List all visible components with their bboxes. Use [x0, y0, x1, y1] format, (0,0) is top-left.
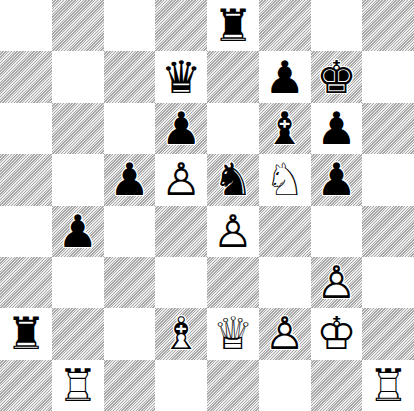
square-g6[interactable]: ♟ — [311, 103, 363, 154]
square-g4[interactable] — [311, 206, 363, 257]
square-b3[interactable] — [52, 257, 104, 308]
black-rook-icon: ♜ — [0, 308, 52, 359]
square-h1[interactable]: ♜♖ — [362, 360, 414, 411]
square-h6[interactable] — [362, 103, 414, 154]
black-rook-icon: ♜ — [207, 0, 259, 51]
square-c7[interactable] — [104, 51, 156, 102]
square-e6[interactable] — [207, 103, 259, 154]
square-a3[interactable] — [0, 257, 52, 308]
white-rook-icon: ♜♖ — [362, 360, 414, 411]
square-g7[interactable]: ♚ — [311, 51, 363, 102]
square-a6[interactable] — [0, 103, 52, 154]
square-c1[interactable] — [104, 360, 156, 411]
white-queen-icon: ♛♕ — [207, 308, 259, 359]
square-b7[interactable] — [52, 51, 104, 102]
square-h2[interactable] — [362, 308, 414, 359]
square-d2[interactable]: ♝♗ — [155, 308, 207, 359]
piece-glyph: ♙ — [161, 157, 201, 202]
square-b6[interactable] — [52, 103, 104, 154]
piece-glyph: ♔ — [316, 311, 356, 356]
square-b2[interactable] — [52, 308, 104, 359]
square-g2[interactable]: ♚♔ — [311, 308, 363, 359]
piece-glyph: ♛ — [161, 55, 201, 100]
square-e1[interactable] — [207, 360, 259, 411]
square-e2[interactable]: ♛♕ — [207, 308, 259, 359]
square-c2[interactable] — [104, 308, 156, 359]
square-d4[interactable] — [155, 206, 207, 257]
square-b8[interactable] — [52, 0, 104, 51]
square-f8[interactable] — [259, 0, 311, 51]
chess-diagram: ♜♛♟♚♟♝♟♟♟♙♞♞♘♟♟♟♙♟♙♜♝♗♛♕♟♙♚♔♜♖♜♖ — [0, 0, 414, 411]
piece-glyph: ♟ — [109, 157, 149, 202]
square-f1[interactable] — [259, 360, 311, 411]
chess-board: ♜♛♟♚♟♝♟♟♟♙♞♞♘♟♟♟♙♟♙♜♝♗♛♕♟♙♚♔♜♖♜♖ — [0, 0, 414, 411]
square-a8[interactable] — [0, 0, 52, 51]
square-a7[interactable] — [0, 51, 52, 102]
square-b5[interactable] — [52, 154, 104, 205]
square-g8[interactable] — [311, 0, 363, 51]
piece-glyph: ♖ — [57, 363, 97, 408]
square-f3[interactable] — [259, 257, 311, 308]
black-pawn-icon: ♟ — [155, 103, 207, 154]
piece-glyph: ♖ — [368, 363, 408, 408]
white-pawn-icon: ♟♙ — [207, 206, 259, 257]
white-rook-icon: ♜♖ — [52, 360, 104, 411]
square-h3[interactable] — [362, 257, 414, 308]
black-pawn-icon: ♟ — [311, 103, 363, 154]
square-g1[interactable] — [311, 360, 363, 411]
square-a5[interactable] — [0, 154, 52, 205]
square-g5[interactable]: ♟ — [311, 154, 363, 205]
square-c8[interactable] — [104, 0, 156, 51]
square-c6[interactable] — [104, 103, 156, 154]
piece-glyph: ♘ — [264, 157, 304, 202]
square-c3[interactable] — [104, 257, 156, 308]
black-pawn-icon: ♟ — [311, 154, 363, 205]
piece-glyph: ♙ — [213, 209, 253, 254]
square-c5[interactable]: ♟ — [104, 154, 156, 205]
piece-glyph: ♟ — [316, 157, 356, 202]
piece-glyph: ♜ — [213, 3, 253, 48]
black-pawn-icon: ♟ — [52, 206, 104, 257]
square-h8[interactable] — [362, 0, 414, 51]
black-knight-icon: ♞ — [207, 154, 259, 205]
piece-glyph: ♙ — [264, 311, 304, 356]
piece-glyph: ♝ — [264, 106, 304, 151]
square-e5[interactable]: ♞ — [207, 154, 259, 205]
black-pawn-icon: ♟ — [104, 154, 156, 205]
square-d8[interactable] — [155, 0, 207, 51]
square-b1[interactable]: ♜♖ — [52, 360, 104, 411]
black-bishop-icon: ♝ — [259, 103, 311, 154]
piece-glyph: ♗ — [161, 311, 201, 356]
black-pawn-icon: ♟ — [259, 51, 311, 102]
piece-glyph: ♙ — [316, 260, 356, 305]
square-f4[interactable] — [259, 206, 311, 257]
white-knight-icon: ♞♘ — [259, 154, 311, 205]
square-e8[interactable]: ♜ — [207, 0, 259, 51]
square-c4[interactable] — [104, 206, 156, 257]
square-f2[interactable]: ♟♙ — [259, 308, 311, 359]
piece-glyph: ♟ — [161, 106, 201, 151]
square-d3[interactable] — [155, 257, 207, 308]
square-e3[interactable] — [207, 257, 259, 308]
square-a4[interactable] — [0, 206, 52, 257]
piece-glyph: ♟ — [316, 106, 356, 151]
square-f7[interactable]: ♟ — [259, 51, 311, 102]
square-a1[interactable] — [0, 360, 52, 411]
piece-glyph: ♚ — [316, 55, 356, 100]
piece-glyph: ♞ — [213, 157, 253, 202]
square-f5[interactable]: ♞♘ — [259, 154, 311, 205]
square-h5[interactable] — [362, 154, 414, 205]
square-e7[interactable] — [207, 51, 259, 102]
piece-glyph: ♜ — [6, 311, 46, 356]
white-pawn-icon: ♟♙ — [155, 154, 207, 205]
square-h4[interactable] — [362, 206, 414, 257]
piece-glyph: ♟ — [264, 55, 304, 100]
white-pawn-icon: ♟♙ — [311, 257, 363, 308]
square-e4[interactable]: ♟♙ — [207, 206, 259, 257]
square-d5[interactable]: ♟♙ — [155, 154, 207, 205]
square-a2[interactable]: ♜ — [0, 308, 52, 359]
square-g3[interactable]: ♟♙ — [311, 257, 363, 308]
piece-glyph: ♟ — [57, 209, 97, 254]
black-king-icon: ♚ — [311, 51, 363, 102]
piece-glyph: ♕ — [213, 311, 253, 356]
white-king-icon: ♚♔ — [311, 308, 363, 359]
white-bishop-icon: ♝♗ — [155, 308, 207, 359]
square-h7[interactable] — [362, 51, 414, 102]
square-d1[interactable] — [155, 360, 207, 411]
square-b4[interactable]: ♟ — [52, 206, 104, 257]
black-queen-icon: ♛ — [155, 51, 207, 102]
square-d7[interactable]: ♛ — [155, 51, 207, 102]
white-pawn-icon: ♟♙ — [259, 308, 311, 359]
square-d6[interactable]: ♟ — [155, 103, 207, 154]
square-f6[interactable]: ♝ — [259, 103, 311, 154]
